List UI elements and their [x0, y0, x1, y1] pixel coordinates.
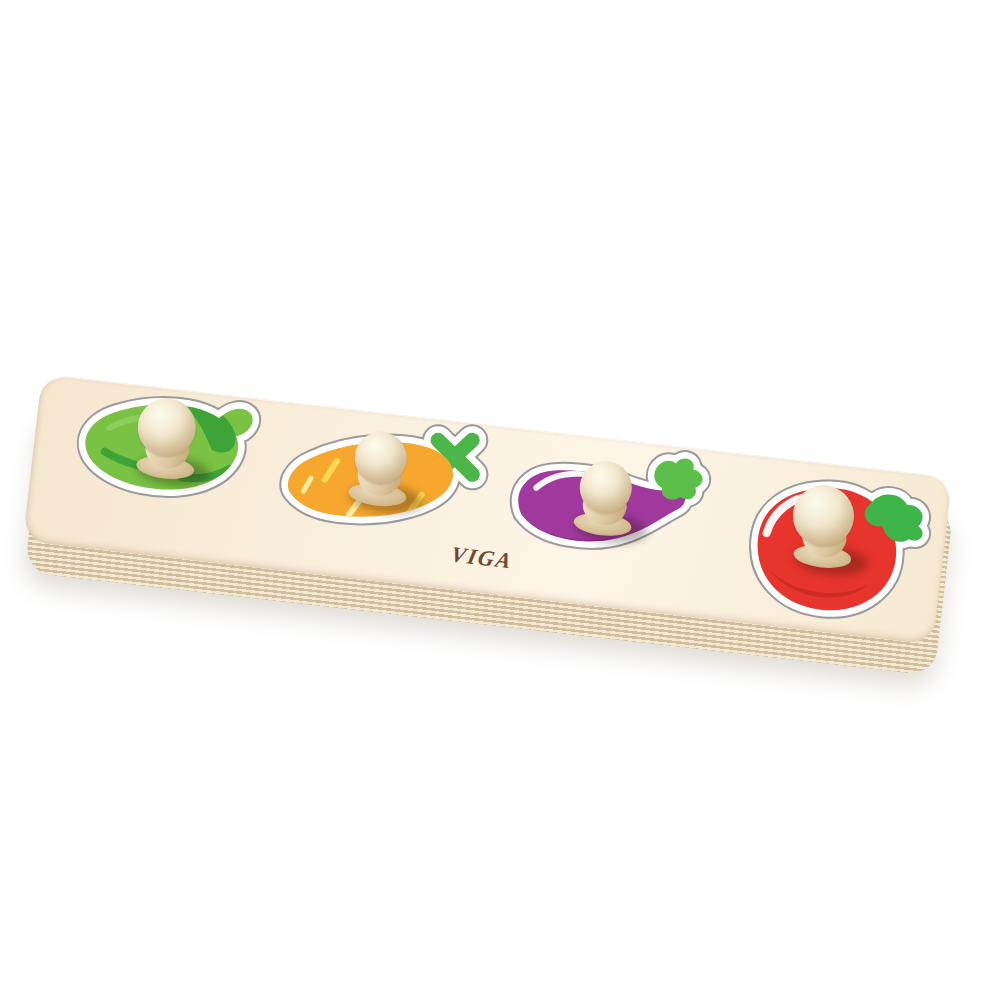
product-photo: VIGA: [0, 0, 1000, 1000]
slot-tomato: [714, 461, 940, 634]
puzzle-board: VIGA: [23, 374, 952, 645]
slot-green-pepper: [56, 372, 282, 545]
